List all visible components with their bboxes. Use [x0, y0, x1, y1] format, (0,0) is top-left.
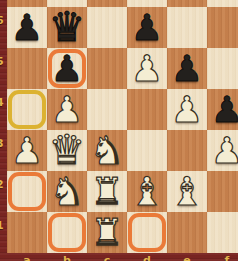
piece-black-queen[interactable]: ♛ [49, 7, 86, 48]
piece-black-pawn[interactable]: ♟ [51, 51, 83, 87]
square-b6[interactable]: ♛ [47, 7, 87, 48]
board-frame: ♟♛♟♟♟♟♟♟♟♟♛♞♟♞♜♝♝♜ 654321abcdef [0, 0, 238, 261]
piece-white-rook[interactable]: ♜ [90, 214, 123, 251]
square-e5[interactable]: ♟ [167, 48, 207, 89]
rank-label-1: 1 [0, 220, 6, 232]
piece-white-pawn[interactable]: ♟ [11, 133, 43, 169]
piece-black-pawn[interactable]: ♟ [11, 10, 43, 46]
square-c6[interactable] [87, 7, 127, 48]
piece-white-knight[interactable]: ♞ [90, 131, 125, 170]
piece-white-queen[interactable]: ♛ [49, 130, 86, 171]
square-b5[interactable]: ♟ [47, 48, 87, 89]
piece-white-bishop[interactable]: ♝ [130, 172, 165, 211]
square-c4[interactable] [87, 89, 127, 130]
file-label-d: d [127, 254, 167, 261]
square-a6[interactable]: ♟ [7, 7, 47, 48]
piece-black-pawn[interactable]: ♟ [171, 51, 203, 87]
piece-white-pawn[interactable]: ♟ [171, 92, 203, 128]
square-f3[interactable]: ♟ [207, 130, 238, 171]
square-c1[interactable]: ♜ [87, 212, 127, 253]
square-f5[interactable] [207, 48, 238, 89]
square-a7[interactable] [7, 0, 47, 7]
square-f6[interactable] [207, 7, 238, 48]
square-b3[interactable]: ♛ [47, 130, 87, 171]
piece-white-pawn[interactable]: ♟ [211, 133, 238, 169]
rank-label-3: 3 [0, 138, 6, 150]
square-c3[interactable]: ♞ [87, 130, 127, 171]
file-label-b: b [47, 254, 87, 261]
square-e1[interactable] [167, 212, 207, 253]
square-c7[interactable] [87, 0, 127, 7]
rank-label-4: 4 [0, 97, 6, 109]
square-a2[interactable] [7, 171, 47, 212]
square-d3[interactable] [127, 130, 167, 171]
highlight-b1 [48, 213, 86, 252]
square-a1[interactable] [7, 212, 47, 253]
file-label-a: a [7, 254, 47, 261]
piece-white-rook[interactable]: ♜ [90, 173, 123, 210]
square-e6[interactable] [167, 7, 207, 48]
square-f2[interactable] [207, 171, 238, 212]
rank-label-6: 6 [0, 15, 6, 27]
square-c5[interactable] [87, 48, 127, 89]
square-d2[interactable]: ♝ [127, 171, 167, 212]
square-a4[interactable] [7, 89, 47, 130]
piece-white-pawn[interactable]: ♟ [51, 92, 83, 128]
highlight-a4 [8, 90, 46, 129]
highlight-a2 [8, 172, 46, 211]
square-e7[interactable] [167, 0, 207, 7]
file-label-c: c [87, 254, 127, 261]
square-e4[interactable]: ♟ [167, 89, 207, 130]
piece-white-knight[interactable]: ♞ [50, 172, 85, 211]
square-c2[interactable]: ♜ [87, 171, 127, 212]
piece-black-pawn[interactable]: ♟ [211, 92, 238, 128]
square-b2[interactable]: ♞ [47, 171, 87, 212]
square-d4[interactable] [127, 89, 167, 130]
square-f4[interactable]: ♟ [207, 89, 238, 130]
highlight-d1 [128, 213, 166, 252]
square-f7[interactable] [207, 0, 238, 7]
file-label-f: f [207, 254, 238, 261]
square-b1[interactable] [47, 212, 87, 253]
square-b4[interactable]: ♟ [47, 89, 87, 130]
square-d1[interactable] [127, 212, 167, 253]
piece-black-pawn[interactable]: ♟ [131, 10, 163, 46]
square-d6[interactable]: ♟ [127, 7, 167, 48]
chess-board: ♟♛♟♟♟♟♟♟♟♟♛♞♟♞♜♝♝♜ [7, 0, 238, 253]
square-d7[interactable] [127, 0, 167, 7]
file-label-e: e [167, 254, 207, 261]
square-e2[interactable]: ♝ [167, 171, 207, 212]
square-f1[interactable] [207, 212, 238, 253]
square-a3[interactable]: ♟ [7, 130, 47, 171]
piece-white-pawn[interactable]: ♟ [131, 51, 163, 87]
square-e3[interactable] [167, 130, 207, 171]
rank-label-5: 5 [0, 56, 6, 68]
square-d5[interactable]: ♟ [127, 48, 167, 89]
rank-label-2: 2 [0, 179, 6, 191]
square-a5[interactable] [7, 48, 47, 89]
piece-white-bishop[interactable]: ♝ [170, 172, 205, 211]
